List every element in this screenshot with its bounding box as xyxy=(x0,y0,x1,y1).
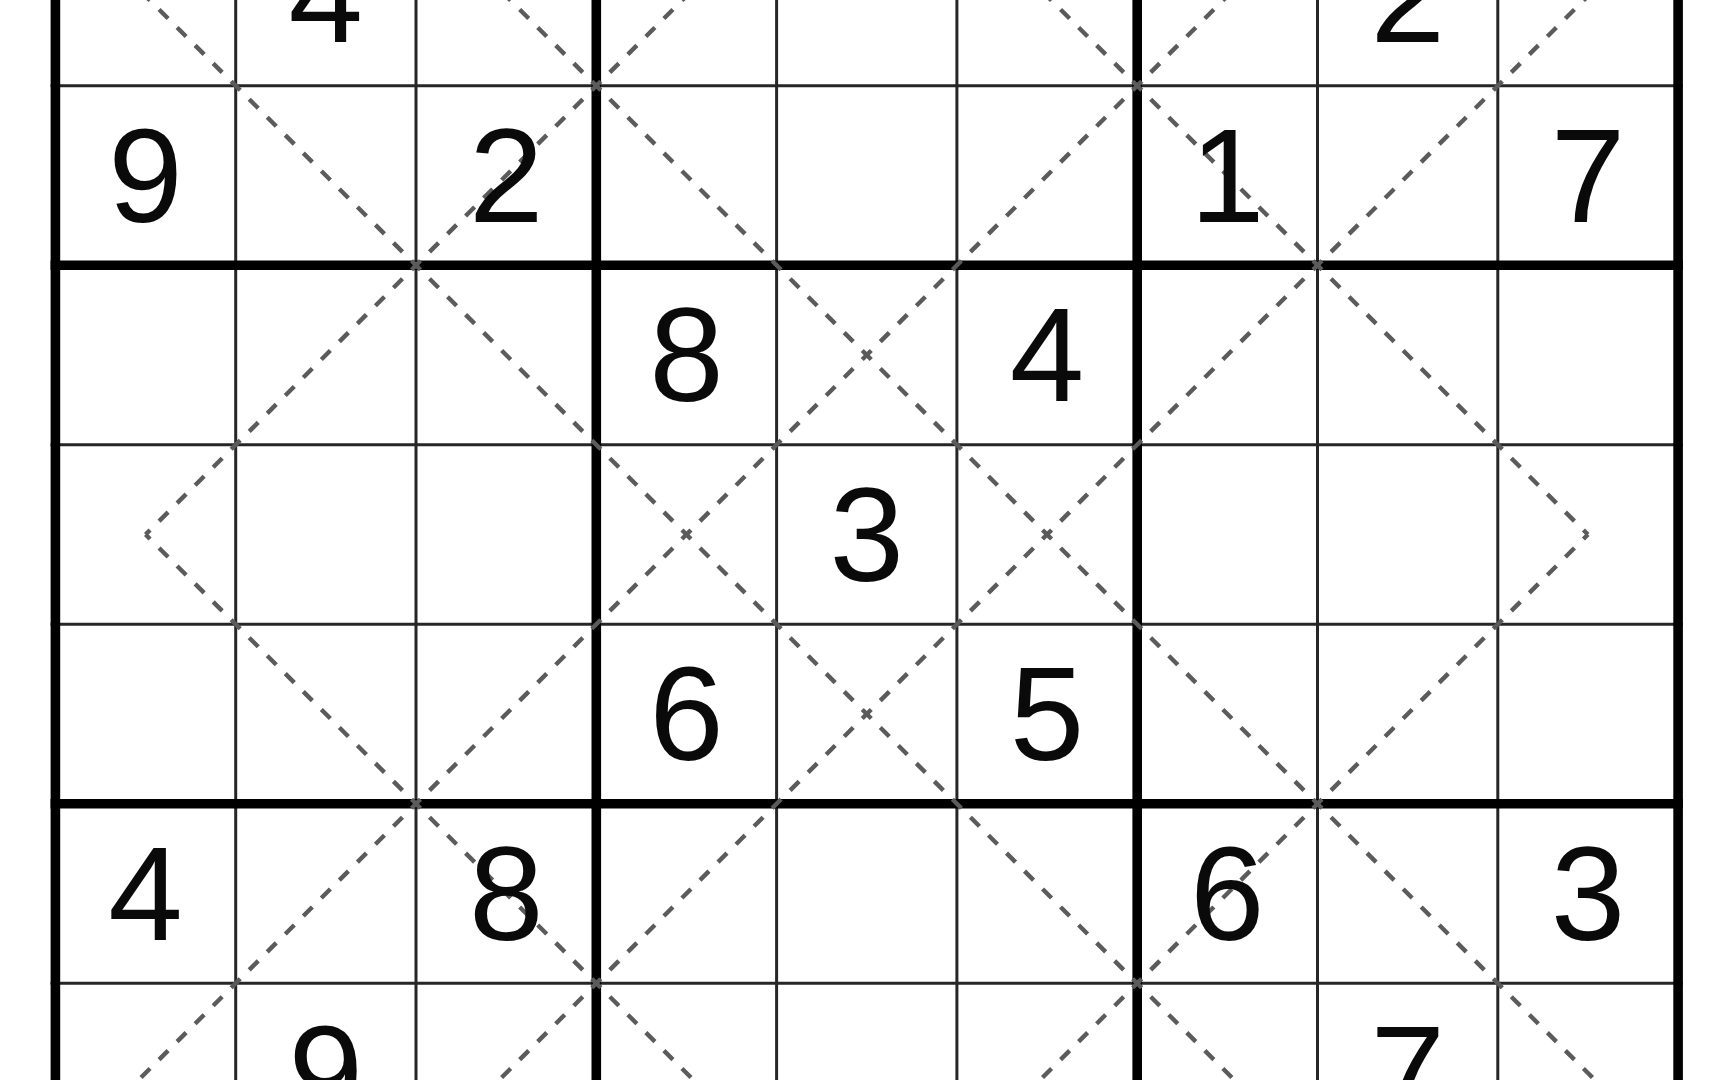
cell-r8c1[interactable] xyxy=(55,983,235,1080)
cell-r5c6[interactable] xyxy=(957,445,1137,625)
cell-r4c4[interactable]: 8 xyxy=(596,265,776,445)
cell-r5c9[interactable] xyxy=(1498,445,1678,625)
cell-r2c8[interactable]: 2 xyxy=(1318,0,1498,86)
cell-r5c8[interactable] xyxy=(1318,445,1498,625)
sudoku-board: 42921784365486397 xyxy=(0,0,1728,1080)
cell-r6c8[interactable] xyxy=(1318,624,1498,804)
cell-r3c4[interactable] xyxy=(596,86,776,266)
cell-r7c5[interactable] xyxy=(777,804,957,984)
cell-r3c2[interactable] xyxy=(236,86,416,266)
cell-r7c6[interactable] xyxy=(957,804,1137,984)
cell-r3c7[interactable]: 1 xyxy=(1137,86,1317,266)
cell-r8c6[interactable] xyxy=(957,983,1137,1080)
cell-r6c5[interactable] xyxy=(777,624,957,804)
cell-r2c9[interactable] xyxy=(1498,0,1678,86)
cell-r8c2[interactable]: 9 xyxy=(236,983,416,1080)
cell-r7c4[interactable] xyxy=(596,804,776,984)
cell-r2c5[interactable] xyxy=(777,0,957,86)
cell-r4c8[interactable] xyxy=(1318,265,1498,445)
cell-r5c5[interactable]: 3 xyxy=(777,445,957,625)
cell-r2c2[interactable]: 4 xyxy=(236,0,416,86)
cell-r6c1[interactable] xyxy=(55,624,235,804)
cell-r8c8[interactable]: 7 xyxy=(1318,983,1498,1080)
cell-r7c7[interactable]: 6 xyxy=(1137,804,1317,984)
cell-r4c9[interactable] xyxy=(1498,265,1678,445)
cell-r4c2[interactable] xyxy=(236,265,416,445)
cell-r2c1[interactable] xyxy=(55,0,235,86)
cell-r3c1[interactable]: 9 xyxy=(55,86,235,266)
cell-r5c3[interactable] xyxy=(416,445,596,625)
cell-r6c7[interactable] xyxy=(1137,624,1317,804)
cell-r5c1[interactable] xyxy=(55,445,235,625)
cell-r8c5[interactable] xyxy=(777,983,957,1080)
cell-r7c9[interactable]: 3 xyxy=(1498,804,1678,984)
cell-r8c9[interactable] xyxy=(1498,983,1678,1080)
cell-r6c2[interactable] xyxy=(236,624,416,804)
cell-r2c7[interactable] xyxy=(1137,0,1317,86)
cell-r2c4[interactable] xyxy=(596,0,776,86)
cell-r3c6[interactable] xyxy=(957,86,1137,266)
cell-r2c3[interactable] xyxy=(416,0,596,86)
cell-r3c3[interactable]: 2 xyxy=(416,86,596,266)
cell-r2c6[interactable] xyxy=(957,0,1137,86)
sudoku-cells-layer: 42921784365486397 xyxy=(0,0,1728,1080)
cell-r7c8[interactable] xyxy=(1318,804,1498,984)
cell-r7c1[interactable]: 4 xyxy=(55,804,235,984)
cell-r7c3[interactable]: 8 xyxy=(416,804,596,984)
cell-r6c6[interactable]: 5 xyxy=(957,624,1137,804)
cell-r3c5[interactable] xyxy=(777,86,957,266)
cell-r4c5[interactable] xyxy=(777,265,957,445)
cell-r3c8[interactable] xyxy=(1318,86,1498,266)
cell-r4c7[interactable] xyxy=(1137,265,1317,445)
cell-r5c2[interactable] xyxy=(236,445,416,625)
cell-r4c1[interactable] xyxy=(55,265,235,445)
cell-r8c7[interactable] xyxy=(1137,983,1317,1080)
cell-r6c3[interactable] xyxy=(416,624,596,804)
cell-r5c4[interactable] xyxy=(596,445,776,625)
cell-r8c3[interactable] xyxy=(416,983,596,1080)
cell-r4c3[interactable] xyxy=(416,265,596,445)
cell-r3c9[interactable]: 7 xyxy=(1498,86,1678,266)
cell-r6c4[interactable]: 6 xyxy=(596,624,776,804)
cell-r6c9[interactable] xyxy=(1498,624,1678,804)
cell-r7c2[interactable] xyxy=(236,804,416,984)
cell-r5c7[interactable] xyxy=(1137,445,1317,625)
cell-r4c6[interactable]: 4 xyxy=(957,265,1137,445)
cell-r8c4[interactable] xyxy=(596,983,776,1080)
